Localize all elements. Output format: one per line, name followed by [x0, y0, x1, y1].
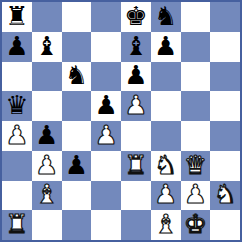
piece-black-pawn[interactable]: ♟	[65, 152, 88, 178]
square-a6[interactable]	[2, 62, 32, 92]
square-f8[interactable]: ♞	[151, 2, 181, 32]
square-b6[interactable]	[32, 62, 62, 92]
square-b2[interactable]: ♝	[32, 181, 62, 211]
square-d8[interactable]	[91, 2, 121, 32]
square-a8[interactable]: ♜	[2, 2, 32, 32]
square-g5[interactable]	[181, 91, 211, 121]
square-c7[interactable]	[62, 32, 92, 62]
square-g1[interactable]: ♚	[181, 210, 211, 240]
square-a5[interactable]: ♛	[2, 91, 32, 121]
square-g2[interactable]: ♟	[181, 181, 211, 211]
piece-black-pawn[interactable]: ♟	[94, 92, 117, 118]
square-a2[interactable]	[2, 181, 32, 211]
square-e1[interactable]	[121, 210, 151, 240]
square-f1[interactable]: ♝	[151, 210, 181, 240]
square-e7[interactable]: ♝	[121, 32, 151, 62]
square-h3[interactable]	[210, 151, 240, 181]
square-d5[interactable]: ♟	[91, 91, 121, 121]
square-c3[interactable]: ♟	[62, 151, 92, 181]
square-g6[interactable]	[181, 62, 211, 92]
square-h8[interactable]	[210, 2, 240, 32]
square-a3[interactable]	[2, 151, 32, 181]
square-c6[interactable]: ♞	[62, 62, 92, 92]
square-f6[interactable]	[151, 62, 181, 92]
square-h1[interactable]	[210, 210, 240, 240]
piece-black-bishop[interactable]: ♝	[35, 33, 58, 59]
square-e8[interactable]: ♚	[121, 2, 151, 32]
square-e4[interactable]	[121, 121, 151, 151]
square-h2[interactable]: ♞	[210, 181, 240, 211]
piece-white-bishop[interactable]: ♝	[154, 211, 177, 237]
square-c5[interactable]	[62, 91, 92, 121]
square-e6[interactable]: ♟	[121, 62, 151, 92]
square-h7[interactable]	[210, 32, 240, 62]
square-f2[interactable]: ♟	[151, 181, 181, 211]
square-g8[interactable]	[181, 2, 211, 32]
square-a1[interactable]: ♜	[2, 210, 32, 240]
piece-white-rook[interactable]: ♜	[5, 211, 28, 237]
piece-black-pawn[interactable]: ♟	[124, 62, 147, 88]
square-b4[interactable]: ♟	[32, 121, 62, 151]
piece-white-pawn[interactable]: ♟	[124, 92, 147, 118]
square-d7[interactable]	[91, 32, 121, 62]
piece-white-pawn[interactable]: ♟	[5, 122, 28, 148]
piece-white-bishop[interactable]: ♝	[35, 181, 58, 207]
chess-board: ♜♚♞♟♝♝♟♞♟♛♟♟♟♟♟♟♟♜♞♛♝♟♟♞♜♝♚	[0, 0, 242, 242]
square-e3[interactable]: ♜	[121, 151, 151, 181]
square-b7[interactable]: ♝	[32, 32, 62, 62]
square-c8[interactable]	[62, 2, 92, 32]
square-f7[interactable]: ♟	[151, 32, 181, 62]
piece-black-pawn[interactable]: ♟	[5, 33, 28, 59]
square-h5[interactable]	[210, 91, 240, 121]
piece-white-pawn[interactable]: ♟	[94, 122, 117, 148]
square-d4[interactable]: ♟	[91, 121, 121, 151]
square-g3[interactable]: ♛	[181, 151, 211, 181]
piece-black-pawn[interactable]: ♟	[154, 33, 177, 59]
square-c2[interactable]	[62, 181, 92, 211]
square-h6[interactable]	[210, 62, 240, 92]
piece-white-king[interactable]: ♚	[184, 211, 207, 237]
square-b8[interactable]	[32, 2, 62, 32]
square-b1[interactable]	[32, 210, 62, 240]
square-c4[interactable]	[62, 121, 92, 151]
square-f4[interactable]	[151, 121, 181, 151]
piece-black-rook[interactable]: ♜	[5, 3, 28, 29]
square-b3[interactable]: ♟	[32, 151, 62, 181]
piece-white-pawn[interactable]: ♟	[154, 181, 177, 207]
piece-black-queen[interactable]: ♛	[5, 92, 28, 118]
square-e2[interactable]	[121, 181, 151, 211]
square-a7[interactable]: ♟	[2, 32, 32, 62]
piece-black-king[interactable]: ♚	[124, 3, 147, 29]
square-c1[interactable]	[62, 210, 92, 240]
square-f5[interactable]	[151, 91, 181, 121]
square-d3[interactable]	[91, 151, 121, 181]
square-d6[interactable]	[91, 62, 121, 92]
piece-black-knight[interactable]: ♞	[154, 3, 177, 29]
piece-black-knight[interactable]: ♞	[65, 62, 88, 88]
square-e5[interactable]: ♟	[121, 91, 151, 121]
piece-white-pawn[interactable]: ♟	[35, 152, 58, 178]
square-f3[interactable]: ♞	[151, 151, 181, 181]
square-d2[interactable]	[91, 181, 121, 211]
piece-white-knight[interactable]: ♞	[154, 152, 177, 178]
piece-black-bishop[interactable]: ♝	[124, 33, 147, 59]
square-b5[interactable]	[32, 91, 62, 121]
square-h4[interactable]	[210, 121, 240, 151]
piece-black-pawn[interactable]: ♟	[35, 122, 58, 148]
square-a4[interactable]: ♟	[2, 121, 32, 151]
piece-white-knight[interactable]: ♞	[213, 181, 236, 207]
piece-white-rook[interactable]: ♜	[124, 152, 147, 178]
square-g7[interactable]	[181, 32, 211, 62]
piece-white-pawn[interactable]: ♟	[184, 181, 207, 207]
square-d1[interactable]	[91, 210, 121, 240]
piece-white-queen[interactable]: ♛	[184, 152, 207, 178]
square-g4[interactable]	[181, 121, 211, 151]
